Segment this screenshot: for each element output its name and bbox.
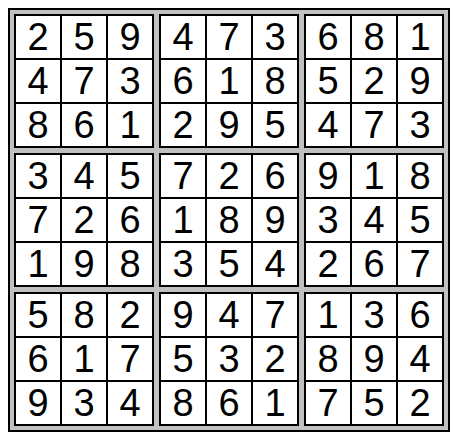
sudoku-box-8: 947532861 xyxy=(159,292,299,426)
sudoku-cell-r4c1[interactable]: 3 xyxy=(16,155,60,197)
sudoku-cell-r6c8[interactable]: 6 xyxy=(352,243,396,285)
sudoku-cell-r1c8[interactable]: 8 xyxy=(352,16,396,58)
sudoku-cell-r7c1[interactable]: 5 xyxy=(16,294,60,336)
sudoku-box-3: 681529473 xyxy=(304,14,444,148)
sudoku-cell-r8c2[interactable]: 1 xyxy=(62,338,106,380)
sudoku-cell-r6c2[interactable]: 9 xyxy=(62,243,106,285)
sudoku-cell-r7c2[interactable]: 8 xyxy=(62,294,106,336)
sudoku-cell-r9c4[interactable]: 8 xyxy=(161,382,205,424)
sudoku-cell-r6c1[interactable]: 1 xyxy=(16,243,60,285)
sudoku-cell-r6c4[interactable]: 3 xyxy=(161,243,205,285)
sudoku-cell-r2c6[interactable]: 8 xyxy=(253,60,297,102)
sudoku-cell-r8c7[interactable]: 8 xyxy=(306,338,350,380)
sudoku-cell-r7c5[interactable]: 4 xyxy=(207,294,251,336)
sudoku-cell-r2c2[interactable]: 7 xyxy=(62,60,106,102)
sudoku-cell-r6c6[interactable]: 4 xyxy=(253,243,297,285)
sudoku-cell-r6c3[interactable]: 8 xyxy=(108,243,152,285)
sudoku-cell-r5c2[interactable]: 2 xyxy=(62,199,106,241)
sudoku-cell-r3c3[interactable]: 1 xyxy=(108,104,152,146)
sudoku-cell-r7c4[interactable]: 9 xyxy=(161,294,205,336)
sudoku-cell-r5c1[interactable]: 7 xyxy=(16,199,60,241)
sudoku-cell-r9c9[interactable]: 2 xyxy=(398,382,442,424)
sudoku-cell-r1c1[interactable]: 2 xyxy=(16,16,60,58)
sudoku-cell-r9c8[interactable]: 5 xyxy=(352,382,396,424)
sudoku-cell-r1c5[interactable]: 7 xyxy=(207,16,251,58)
sudoku-box-1: 259473861 xyxy=(14,14,154,148)
sudoku-cell-r8c8[interactable]: 9 xyxy=(352,338,396,380)
sudoku-cell-r4c4[interactable]: 7 xyxy=(161,155,205,197)
sudoku-cell-r1c9[interactable]: 1 xyxy=(398,16,442,58)
sudoku-cell-r9c1[interactable]: 9 xyxy=(16,382,60,424)
sudoku-cell-r7c7[interactable]: 1 xyxy=(306,294,350,336)
sudoku-cell-r8c4[interactable]: 5 xyxy=(161,338,205,380)
sudoku-cell-r3c5[interactable]: 9 xyxy=(207,104,251,146)
page: 2594738614736182956815294733457261987261… xyxy=(0,0,453,437)
sudoku-cell-r2c3[interactable]: 3 xyxy=(108,60,152,102)
sudoku-cell-r8c6[interactable]: 2 xyxy=(253,338,297,380)
sudoku-cell-r1c7[interactable]: 6 xyxy=(306,16,350,58)
sudoku-cell-r8c1[interactable]: 6 xyxy=(16,338,60,380)
sudoku-cell-r3c1[interactable]: 8 xyxy=(16,104,60,146)
sudoku-cell-r4c8[interactable]: 1 xyxy=(352,155,396,197)
sudoku-cell-r3c2[interactable]: 6 xyxy=(62,104,106,146)
sudoku-cell-r2c5[interactable]: 1 xyxy=(207,60,251,102)
sudoku-cell-r9c5[interactable]: 6 xyxy=(207,382,251,424)
sudoku-cell-r2c7[interactable]: 5 xyxy=(306,60,350,102)
sudoku-cell-r1c6[interactable]: 3 xyxy=(253,16,297,58)
sudoku-cell-r2c1[interactable]: 4 xyxy=(16,60,60,102)
sudoku-box-7: 582617934 xyxy=(14,292,154,426)
sudoku-cell-r6c5[interactable]: 5 xyxy=(207,243,251,285)
sudoku-cell-r5c9[interactable]: 5 xyxy=(398,199,442,241)
sudoku-cell-r7c9[interactable]: 6 xyxy=(398,294,442,336)
sudoku-cell-r9c3[interactable]: 4 xyxy=(108,382,152,424)
sudoku-cell-r3c9[interactable]: 3 xyxy=(398,104,442,146)
sudoku-cell-r5c5[interactable]: 8 xyxy=(207,199,251,241)
sudoku-cell-r9c7[interactable]: 7 xyxy=(306,382,350,424)
sudoku-cell-r5c4[interactable]: 1 xyxy=(161,199,205,241)
sudoku-cell-r5c3[interactable]: 6 xyxy=(108,199,152,241)
sudoku-cell-r6c9[interactable]: 7 xyxy=(398,243,442,285)
sudoku-cell-r1c4[interactable]: 4 xyxy=(161,16,205,58)
sudoku-box-9: 136894752 xyxy=(304,292,444,426)
sudoku-cell-r6c7[interactable]: 2 xyxy=(306,243,350,285)
sudoku-cell-r5c7[interactable]: 3 xyxy=(306,199,350,241)
sudoku-cell-r4c9[interactable]: 8 xyxy=(398,155,442,197)
sudoku-cell-r4c5[interactable]: 2 xyxy=(207,155,251,197)
sudoku-cell-r7c6[interactable]: 7 xyxy=(253,294,297,336)
sudoku-box-2: 473618295 xyxy=(159,14,299,148)
sudoku-cell-r8c3[interactable]: 7 xyxy=(108,338,152,380)
sudoku-cell-r3c6[interactable]: 5 xyxy=(253,104,297,146)
sudoku-cell-r8c9[interactable]: 4 xyxy=(398,338,442,380)
sudoku-box-5: 726189354 xyxy=(159,153,299,287)
sudoku-cell-r2c8[interactable]: 2 xyxy=(352,60,396,102)
sudoku-cell-r4c3[interactable]: 5 xyxy=(108,155,152,197)
sudoku-cell-r5c8[interactable]: 4 xyxy=(352,199,396,241)
sudoku-board: 2594738614736182956815294733457261987261… xyxy=(8,8,450,432)
sudoku-cell-r9c2[interactable]: 3 xyxy=(62,382,106,424)
sudoku-cell-r3c7[interactable]: 4 xyxy=(306,104,350,146)
sudoku-cell-r7c3[interactable]: 2 xyxy=(108,294,152,336)
sudoku-cell-r1c3[interactable]: 9 xyxy=(108,16,152,58)
sudoku-cell-r3c4[interactable]: 2 xyxy=(161,104,205,146)
sudoku-cell-r4c7[interactable]: 9 xyxy=(306,155,350,197)
sudoku-cell-r2c9[interactable]: 9 xyxy=(398,60,442,102)
sudoku-cell-r7c8[interactable]: 3 xyxy=(352,294,396,336)
sudoku-cell-r2c4[interactable]: 6 xyxy=(161,60,205,102)
sudoku-cell-r3c8[interactable]: 7 xyxy=(352,104,396,146)
sudoku-box-6: 918345267 xyxy=(304,153,444,287)
sudoku-cell-r4c2[interactable]: 4 xyxy=(62,155,106,197)
sudoku-cell-r9c6[interactable]: 1 xyxy=(253,382,297,424)
sudoku-cell-r8c5[interactable]: 3 xyxy=(207,338,251,380)
sudoku-box-4: 345726198 xyxy=(14,153,154,287)
sudoku-cell-r4c6[interactable]: 6 xyxy=(253,155,297,197)
sudoku-cell-r5c6[interactable]: 9 xyxy=(253,199,297,241)
sudoku-cell-r1c2[interactable]: 5 xyxy=(62,16,106,58)
